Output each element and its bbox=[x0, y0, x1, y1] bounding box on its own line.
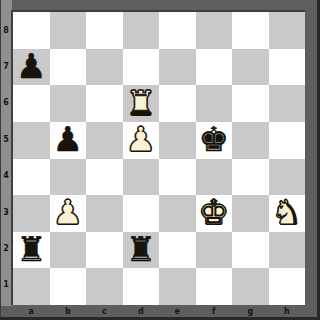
square-a3[interactable] bbox=[13, 195, 50, 232]
square-h5[interactable] bbox=[269, 122, 306, 159]
rank-label-2: 2 bbox=[1, 230, 11, 266]
square-c5[interactable] bbox=[86, 122, 123, 159]
square-c8[interactable] bbox=[86, 12, 123, 49]
square-e2[interactable] bbox=[159, 232, 196, 269]
file-label-h: h bbox=[269, 305, 306, 317]
rank-label-1: 1 bbox=[1, 267, 11, 303]
square-b1[interactable] bbox=[50, 268, 87, 305]
rank-label-5: 5 bbox=[1, 121, 11, 157]
square-d2[interactable]: ♜ bbox=[123, 232, 160, 269]
square-h7[interactable] bbox=[269, 49, 306, 86]
square-f3[interactable]: ♚ bbox=[196, 195, 233, 232]
square-h4[interactable] bbox=[269, 159, 306, 196]
square-f8[interactable] bbox=[196, 12, 233, 49]
file-label-b: b bbox=[50, 305, 87, 317]
square-b8[interactable] bbox=[50, 12, 87, 49]
square-c1[interactable] bbox=[86, 268, 123, 305]
square-g1[interactable] bbox=[232, 268, 269, 305]
rank-label-4: 4 bbox=[1, 158, 11, 194]
square-a1[interactable] bbox=[13, 268, 50, 305]
square-f1[interactable] bbox=[196, 268, 233, 305]
square-d4[interactable] bbox=[123, 159, 160, 196]
square-f6[interactable] bbox=[196, 85, 233, 122]
rank-labels: 87654321 bbox=[1, 12, 11, 303]
rank-label-3: 3 bbox=[1, 194, 11, 230]
piece-white-pawn[interactable]: ♟ bbox=[53, 195, 83, 229]
file-label-a: a bbox=[13, 305, 50, 317]
file-label-g: g bbox=[232, 305, 269, 317]
piece-black-rook[interactable]: ♜ bbox=[126, 232, 156, 266]
rank-label-6: 6 bbox=[1, 85, 11, 121]
square-d8[interactable] bbox=[123, 12, 160, 49]
square-c2[interactable] bbox=[86, 232, 123, 269]
square-g4[interactable] bbox=[232, 159, 269, 196]
square-b4[interactable] bbox=[50, 159, 87, 196]
file-labels: abcdefgh bbox=[13, 305, 305, 317]
square-h8[interactable] bbox=[269, 12, 306, 49]
square-a6[interactable] bbox=[13, 85, 50, 122]
square-d3[interactable] bbox=[123, 195, 160, 232]
square-c3[interactable] bbox=[86, 195, 123, 232]
square-g2[interactable] bbox=[232, 232, 269, 269]
square-e8[interactable] bbox=[159, 12, 196, 49]
square-a2[interactable]: ♜ bbox=[13, 232, 50, 269]
piece-white-king[interactable]: ♚ bbox=[199, 195, 229, 229]
square-b6[interactable] bbox=[50, 85, 87, 122]
chess-board: ♟♜♟♟♚♟♚♞♜♜ bbox=[11, 10, 305, 305]
square-h2[interactable] bbox=[269, 232, 306, 269]
square-h6[interactable] bbox=[269, 85, 306, 122]
rank-label-7: 7 bbox=[1, 48, 11, 84]
square-f7[interactable] bbox=[196, 49, 233, 86]
file-label-f: f bbox=[196, 305, 233, 317]
square-e6[interactable] bbox=[159, 85, 196, 122]
piece-white-knight[interactable]: ♞ bbox=[272, 195, 302, 229]
square-a4[interactable] bbox=[13, 159, 50, 196]
square-b7[interactable] bbox=[50, 49, 87, 86]
square-b2[interactable] bbox=[50, 232, 87, 269]
file-label-e: e bbox=[159, 305, 196, 317]
square-a5[interactable] bbox=[13, 122, 50, 159]
square-c7[interactable] bbox=[86, 49, 123, 86]
square-b5[interactable]: ♟ bbox=[50, 122, 87, 159]
square-e5[interactable] bbox=[159, 122, 196, 159]
square-e7[interactable] bbox=[159, 49, 196, 86]
square-e1[interactable] bbox=[159, 268, 196, 305]
square-h3[interactable]: ♞ bbox=[269, 195, 306, 232]
file-label-d: d bbox=[123, 305, 160, 317]
square-h1[interactable] bbox=[269, 268, 306, 305]
square-a7[interactable]: ♟ bbox=[13, 49, 50, 86]
square-c4[interactable] bbox=[86, 159, 123, 196]
square-f5[interactable]: ♚ bbox=[196, 122, 233, 159]
file-label-c: c bbox=[86, 305, 123, 317]
piece-black-pawn[interactable]: ♟ bbox=[16, 49, 46, 83]
square-g5[interactable] bbox=[232, 122, 269, 159]
square-e4[interactable] bbox=[159, 159, 196, 196]
square-c6[interactable] bbox=[86, 85, 123, 122]
piece-white-rook[interactable]: ♜ bbox=[126, 86, 156, 120]
square-a8[interactable] bbox=[13, 12, 50, 49]
piece-black-king[interactable]: ♚ bbox=[199, 122, 229, 156]
square-d7[interactable] bbox=[123, 49, 160, 86]
square-b3[interactable]: ♟ bbox=[50, 195, 87, 232]
chessboard-frame: 87654321 ♟♜♟♟♚♟♚♞♜♜ abcdefgh bbox=[0, 0, 320, 320]
square-g6[interactable] bbox=[232, 85, 269, 122]
rank-label-8: 8 bbox=[1, 12, 11, 48]
square-e3[interactable] bbox=[159, 195, 196, 232]
piece-white-pawn[interactable]: ♟ bbox=[126, 122, 156, 156]
square-g3[interactable] bbox=[232, 195, 269, 232]
square-d1[interactable] bbox=[123, 268, 160, 305]
square-d5[interactable]: ♟ bbox=[123, 122, 160, 159]
square-f4[interactable] bbox=[196, 159, 233, 196]
square-f2[interactable] bbox=[196, 232, 233, 269]
square-g7[interactable] bbox=[232, 49, 269, 86]
square-d6[interactable]: ♜ bbox=[123, 85, 160, 122]
piece-black-pawn[interactable]: ♟ bbox=[53, 122, 83, 156]
square-g8[interactable] bbox=[232, 12, 269, 49]
piece-black-rook[interactable]: ♜ bbox=[16, 232, 46, 266]
